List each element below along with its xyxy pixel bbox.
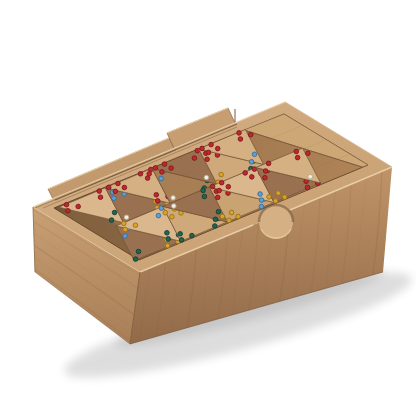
pip-red bbox=[169, 166, 174, 171]
pip-red bbox=[237, 131, 242, 136]
pip-green bbox=[202, 194, 207, 199]
pip-blue bbox=[123, 234, 128, 239]
pip-green bbox=[112, 210, 117, 215]
pip-green bbox=[216, 209, 221, 214]
pip-white bbox=[172, 204, 177, 209]
pip-red bbox=[160, 170, 165, 175]
pip-green bbox=[213, 224, 218, 229]
pip-red bbox=[263, 169, 268, 174]
pip-red bbox=[162, 162, 167, 167]
pip-yellow bbox=[276, 191, 281, 196]
pip-red bbox=[116, 181, 121, 186]
pip-blue bbox=[159, 176, 164, 181]
pip-red bbox=[66, 209, 71, 214]
pip-white bbox=[204, 175, 209, 180]
pip-red bbox=[97, 189, 102, 194]
pip-blue bbox=[156, 213, 161, 218]
pip-red bbox=[263, 175, 268, 180]
pip-red bbox=[209, 142, 214, 147]
pip-yellow bbox=[133, 223, 138, 228]
pip-blue bbox=[259, 204, 264, 209]
pip-green bbox=[179, 238, 184, 243]
triominoes-box-svg bbox=[0, 0, 416, 416]
pip-blue bbox=[259, 198, 264, 203]
pip-red bbox=[217, 188, 222, 193]
pip-red bbox=[243, 171, 248, 176]
pip-red bbox=[155, 199, 160, 204]
pip-green bbox=[166, 237, 171, 242]
pip-white bbox=[171, 196, 176, 201]
pip-yellow bbox=[163, 210, 168, 215]
thumb-notch bbox=[259, 205, 293, 239]
pip-red bbox=[98, 195, 103, 200]
pip-red bbox=[306, 151, 311, 156]
pip-red bbox=[215, 195, 220, 200]
pip-yellow bbox=[273, 199, 278, 204]
pip-red bbox=[215, 146, 220, 151]
pip-red bbox=[294, 149, 299, 154]
pip-green bbox=[133, 257, 138, 262]
pip-red bbox=[76, 204, 81, 209]
pip-red bbox=[64, 202, 69, 207]
pip-red bbox=[219, 180, 224, 185]
pip-blue bbox=[252, 152, 257, 157]
pip-yellow bbox=[123, 227, 128, 232]
pip-red bbox=[248, 132, 253, 137]
pip-green bbox=[190, 233, 195, 238]
pip-red bbox=[122, 185, 127, 190]
pip-red bbox=[226, 184, 231, 189]
pip-green bbox=[178, 232, 183, 237]
product-photo-scene bbox=[0, 0, 416, 416]
pip-yellow bbox=[122, 221, 127, 226]
pip-yellow bbox=[219, 172, 224, 177]
pip-red bbox=[205, 157, 210, 162]
pip-red bbox=[295, 155, 300, 160]
pip-red bbox=[200, 146, 205, 151]
pip-red bbox=[210, 184, 215, 189]
pip-yellow bbox=[170, 214, 175, 219]
pip-red bbox=[154, 193, 159, 198]
pip-green bbox=[109, 218, 114, 223]
pip-yellow bbox=[165, 243, 170, 248]
pip-green bbox=[213, 217, 218, 222]
pip-blue bbox=[112, 196, 117, 201]
pip-blue bbox=[258, 192, 263, 197]
pip-yellow bbox=[220, 214, 225, 219]
pip-yellow bbox=[267, 195, 272, 200]
pip-red bbox=[153, 166, 158, 171]
pip-red bbox=[113, 189, 118, 194]
pip-red bbox=[106, 185, 111, 190]
pip-red bbox=[238, 137, 243, 142]
pip-red bbox=[138, 172, 143, 177]
pip-green bbox=[136, 249, 141, 254]
pip-blue bbox=[249, 160, 254, 165]
pip-red bbox=[266, 161, 271, 166]
pip-yellow bbox=[227, 218, 232, 223]
pip-yellow bbox=[282, 195, 287, 200]
pip-yellow bbox=[236, 214, 241, 219]
pip-green bbox=[165, 231, 170, 236]
pip-white bbox=[124, 215, 129, 220]
pip-red bbox=[305, 185, 310, 190]
pip-red bbox=[145, 176, 150, 181]
pip-red bbox=[250, 175, 255, 180]
pip-red bbox=[192, 156, 197, 161]
pip-yellow bbox=[229, 210, 234, 215]
pip-red bbox=[206, 150, 211, 155]
pip-white bbox=[308, 174, 313, 179]
pip-green bbox=[201, 188, 206, 193]
